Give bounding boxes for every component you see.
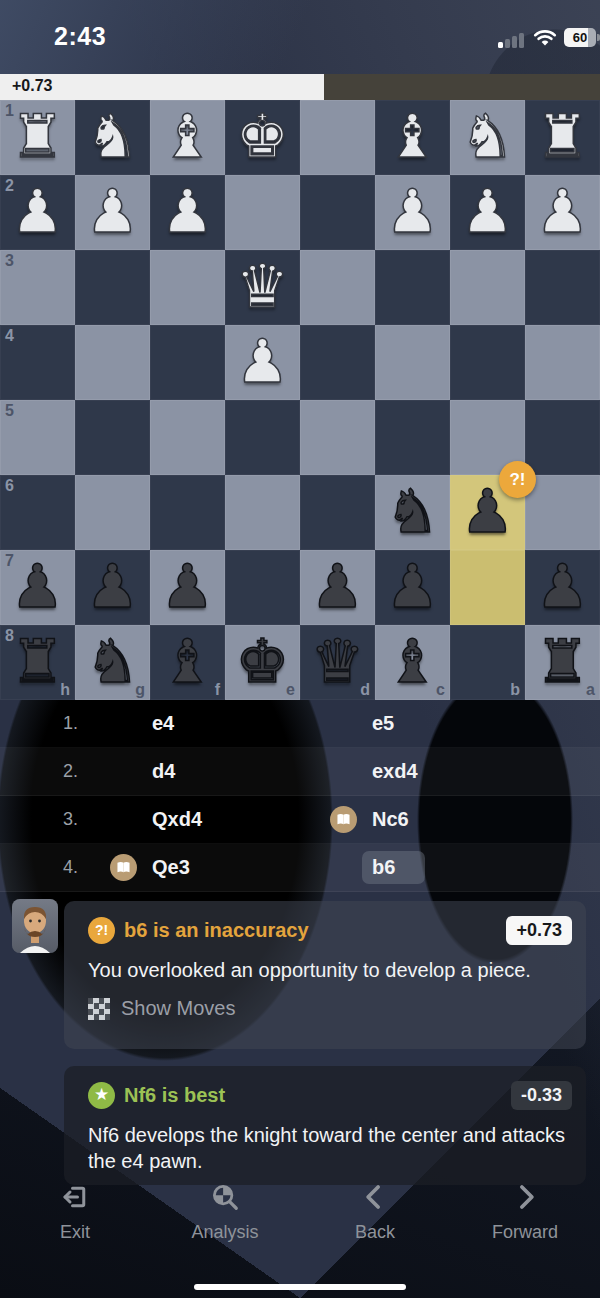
square-e2[interactable] bbox=[225, 175, 300, 250]
chess-piece-bN[interactable]: ♞ bbox=[75, 625, 150, 700]
square-f8[interactable]: f♝ bbox=[150, 625, 225, 700]
chess-piece-wB[interactable]: ♝ bbox=[375, 100, 450, 175]
chess-piece-wN[interactable]: ♞ bbox=[450, 100, 525, 175]
chess-piece-bK[interactable]: ♚ bbox=[225, 625, 300, 700]
square-a2[interactable]: ♟ bbox=[525, 175, 600, 250]
analysis-button[interactable]: Analysis bbox=[150, 1182, 300, 1243]
move-number: 3. bbox=[0, 809, 78, 830]
square-a7[interactable]: ♟ bbox=[525, 550, 600, 625]
square-d4[interactable] bbox=[300, 325, 375, 400]
move-row-1: 1.e4e5 bbox=[0, 700, 600, 748]
inaccuracy-eval-badge: +0.73 bbox=[506, 916, 572, 945]
rank-label: 3 bbox=[5, 252, 14, 270]
back-button[interactable]: Back bbox=[300, 1182, 450, 1243]
white-move[interactable]: Qxd4 bbox=[152, 808, 202, 831]
square-g4[interactable] bbox=[75, 325, 150, 400]
square-b1[interactable]: ♞ bbox=[450, 100, 525, 175]
square-a1[interactable]: ♜ bbox=[525, 100, 600, 175]
best-move-title: Nf6 is best bbox=[124, 1084, 225, 1107]
evaluation-bar: +0.73 bbox=[0, 74, 600, 100]
show-moves-label: Show Moves bbox=[121, 997, 236, 1020]
inaccuracy-icon: ?! bbox=[88, 917, 115, 944]
chess-piece-wP[interactable]: ♟ bbox=[525, 175, 600, 250]
app-screen: 2:43 60 +0.73 1♜♞♝♚♝♞♜2♟♟♟♟♟♟3♛4♟56♞♟?!7… bbox=[0, 0, 600, 1298]
inaccuracy-description: You overlooked an opportunity to develop… bbox=[88, 957, 572, 983]
analysis-magnifier-icon bbox=[210, 1182, 240, 1212]
square-h7[interactable]: 7♟ bbox=[0, 550, 75, 625]
exit-label: Exit bbox=[60, 1222, 90, 1243]
square-e1[interactable]: ♚ bbox=[225, 100, 300, 175]
chess-piece-bR[interactable]: ♜ bbox=[525, 625, 600, 700]
exit-door-icon bbox=[60, 1182, 90, 1212]
square-f1[interactable]: ♝ bbox=[150, 100, 225, 175]
chess-piece-bB[interactable]: ♝ bbox=[375, 625, 450, 700]
square-b7[interactable] bbox=[450, 550, 525, 625]
move-row-4: 4.Qe3b6 bbox=[0, 844, 600, 892]
clock: 2:43 bbox=[54, 22, 106, 51]
square-c4[interactable] bbox=[375, 325, 450, 400]
chess-piece-wK[interactable]: ♚ bbox=[225, 100, 300, 175]
home-indicator[interactable] bbox=[194, 1284, 406, 1290]
square-g8[interactable]: g♞ bbox=[75, 625, 150, 700]
square-e4[interactable]: ♟ bbox=[225, 325, 300, 400]
best-move-eval-badge: -0.33 bbox=[511, 1081, 572, 1110]
show-moves-button[interactable]: Show Moves bbox=[88, 997, 572, 1020]
chess-board[interactable]: 1♜♞♝♚♝♞♜2♟♟♟♟♟♟3♛4♟56♞♟?!7♟♟♟♟♟♟8h♜g♞f♝e… bbox=[0, 100, 600, 700]
black-move-selected[interactable]: b6 bbox=[362, 851, 425, 884]
chess-piece-bP[interactable]: ♟ bbox=[375, 550, 450, 625]
move-row-2: 2.d4exd4 bbox=[0, 748, 600, 796]
square-e3[interactable]: ♛ bbox=[225, 250, 300, 325]
square-c6[interactable]: ♞ bbox=[375, 475, 450, 550]
square-e7[interactable] bbox=[225, 550, 300, 625]
chess-piece-wN[interactable]: ♞ bbox=[75, 100, 150, 175]
square-b8[interactable]: b bbox=[450, 625, 525, 700]
best-move-star-icon: ★ bbox=[88, 1082, 115, 1109]
chess-piece-wB[interactable]: ♝ bbox=[150, 100, 225, 175]
chess-piece-bN[interactable]: ♞ bbox=[375, 475, 450, 550]
square-d2[interactable] bbox=[300, 175, 375, 250]
black-move[interactable]: Nc6 bbox=[372, 808, 409, 831]
square-g3[interactable] bbox=[75, 250, 150, 325]
chess-piece-bP[interactable]: ♟ bbox=[0, 550, 75, 625]
file-label: b bbox=[510, 681, 520, 699]
evaluation-score: +0.73 bbox=[12, 77, 52, 95]
square-d8[interactable]: d♛ bbox=[300, 625, 375, 700]
status-bar: 2:43 60 bbox=[0, 14, 600, 58]
inaccuracy-badge-icon: ?! bbox=[499, 461, 536, 498]
square-g2[interactable]: ♟ bbox=[75, 175, 150, 250]
chess-piece-wR[interactable]: ♜ bbox=[525, 100, 600, 175]
forward-label: Forward bbox=[492, 1222, 558, 1243]
inaccuracy-title: b6 is an inaccuracy bbox=[124, 919, 309, 942]
chevron-left-icon bbox=[360, 1182, 390, 1212]
rank-label: 4 bbox=[5, 327, 14, 345]
white-move[interactable]: Qe3 bbox=[152, 856, 190, 879]
chevron-right-icon bbox=[510, 1182, 540, 1212]
chess-piece-bP[interactable]: ♟ bbox=[150, 550, 225, 625]
book-move-icon bbox=[330, 806, 357, 833]
chess-piece-wP[interactable]: ♟ bbox=[0, 175, 75, 250]
mini-board-icon bbox=[88, 998, 110, 1020]
square-c1[interactable]: ♝ bbox=[375, 100, 450, 175]
square-c7[interactable]: ♟ bbox=[375, 550, 450, 625]
square-d7[interactable]: ♟ bbox=[300, 550, 375, 625]
analysis-label: Analysis bbox=[191, 1222, 258, 1243]
chess-piece-wR[interactable]: ♜ bbox=[0, 100, 75, 175]
chess-piece-bP[interactable]: ♟ bbox=[300, 550, 375, 625]
chess-piece-bP[interactable]: ♟ bbox=[525, 550, 600, 625]
square-g7[interactable]: ♟ bbox=[75, 550, 150, 625]
square-f3[interactable] bbox=[150, 250, 225, 325]
square-h6[interactable]: 6 bbox=[0, 475, 75, 550]
square-c3[interactable] bbox=[375, 250, 450, 325]
book-move-icon bbox=[110, 854, 137, 881]
square-h4[interactable]: 4 bbox=[0, 325, 75, 400]
move-number: 2. bbox=[0, 761, 78, 782]
square-b2[interactable]: ♟ bbox=[450, 175, 525, 250]
square-d6[interactable] bbox=[300, 475, 375, 550]
white-move[interactable]: e4 bbox=[152, 712, 174, 735]
chess-piece-wP[interactable]: ♟ bbox=[75, 175, 150, 250]
square-f7[interactable]: ♟ bbox=[150, 550, 225, 625]
white-move[interactable]: d4 bbox=[152, 760, 175, 783]
square-b3[interactable] bbox=[450, 250, 525, 325]
chess-piece-bB[interactable]: ♝ bbox=[150, 625, 225, 700]
square-h1[interactable]: 1♜ bbox=[0, 100, 75, 175]
square-h5[interactable]: 5 bbox=[0, 400, 75, 475]
cell-signal-icon bbox=[498, 32, 524, 48]
square-d1[interactable] bbox=[300, 100, 375, 175]
square-f4[interactable] bbox=[150, 325, 225, 400]
chess-piece-bQ[interactable]: ♛ bbox=[300, 625, 375, 700]
rank-label: 6 bbox=[5, 477, 14, 495]
square-f2[interactable]: ♟ bbox=[150, 175, 225, 250]
square-g6[interactable] bbox=[75, 475, 150, 550]
square-a8[interactable]: a♜ bbox=[525, 625, 600, 700]
best-move-card: ★ Nf6 is best -0.33 Nf6 develops the kni… bbox=[64, 1066, 586, 1185]
square-c5[interactable] bbox=[375, 400, 450, 475]
square-e5[interactable] bbox=[225, 400, 300, 475]
square-f5[interactable] bbox=[150, 400, 225, 475]
move-list: 1.e4e52.d4exd43.Qxd4Nc64.Qe3b6 bbox=[0, 700, 600, 892]
black-move[interactable]: e5 bbox=[372, 712, 394, 735]
chess-piece-bR[interactable]: ♜ bbox=[0, 625, 75, 700]
square-e8[interactable]: e♚ bbox=[225, 625, 300, 700]
square-f6[interactable] bbox=[150, 475, 225, 550]
inaccuracy-card: ?! b6 is an inaccuracy +0.73 You overloo… bbox=[64, 901, 586, 1049]
square-g5[interactable] bbox=[75, 400, 150, 475]
square-a3[interactable] bbox=[525, 250, 600, 325]
square-a6[interactable] bbox=[525, 475, 600, 550]
square-g1[interactable]: ♞ bbox=[75, 100, 150, 175]
black-move[interactable]: exd4 bbox=[372, 760, 418, 783]
rank-label: 5 bbox=[5, 402, 14, 420]
back-label: Back bbox=[355, 1222, 395, 1243]
square-d3[interactable] bbox=[300, 250, 375, 325]
bottom-nav: Exit Analysis Back Forward bbox=[0, 1182, 600, 1243]
square-c2[interactable]: ♟ bbox=[375, 175, 450, 250]
move-number: 4. bbox=[0, 857, 78, 878]
square-a4[interactable] bbox=[525, 325, 600, 400]
exit-button[interactable]: Exit bbox=[0, 1182, 150, 1243]
wifi-icon bbox=[532, 28, 558, 48]
square-h2[interactable]: 2♟ bbox=[0, 175, 75, 250]
square-e6[interactable] bbox=[225, 475, 300, 550]
chess-piece-wP[interactable]: ♟ bbox=[375, 175, 450, 250]
best-move-description: Nf6 develops the knight toward the cente… bbox=[88, 1122, 572, 1175]
square-h8[interactable]: 8h♜ bbox=[0, 625, 75, 700]
chess-piece-wP[interactable]: ♟ bbox=[225, 325, 300, 400]
square-b4[interactable] bbox=[450, 325, 525, 400]
chess-piece-wP[interactable]: ♟ bbox=[150, 175, 225, 250]
chess-piece-bP[interactable]: ♟ bbox=[75, 550, 150, 625]
square-h3[interactable]: 3 bbox=[0, 250, 75, 325]
square-d5[interactable] bbox=[300, 400, 375, 475]
move-number: 1. bbox=[0, 713, 78, 734]
player-avatar[interactable] bbox=[12, 899, 58, 953]
square-c8[interactable]: c♝ bbox=[375, 625, 450, 700]
square-b6[interactable]: ♟?! bbox=[450, 475, 525, 550]
move-row-3: 3.Qxd4Nc6 bbox=[0, 796, 600, 844]
battery-icon: 60 bbox=[564, 28, 596, 47]
chess-piece-wP[interactable]: ♟ bbox=[450, 175, 525, 250]
square-a5[interactable] bbox=[525, 400, 600, 475]
chess-piece-wQ[interactable]: ♛ bbox=[225, 250, 300, 325]
forward-button[interactable]: Forward bbox=[450, 1182, 600, 1243]
